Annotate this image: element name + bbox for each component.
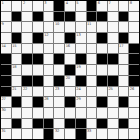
block-cell-12-5 bbox=[44, 119, 54, 129]
letter-cell-9-9[interactable] bbox=[87, 87, 97, 97]
clue-number: 3 bbox=[44, 1, 46, 5]
clue-number: 19 bbox=[76, 65, 80, 69]
letter-cell-6-5[interactable] bbox=[44, 54, 54, 64]
letter-cell-11-7[interactable] bbox=[65, 108, 75, 118]
letter-cell-12-1[interactable] bbox=[1, 119, 11, 129]
letter-cell-9-11[interactable]: 25 bbox=[108, 87, 118, 97]
letter-cell-9-3[interactable]: 22 bbox=[22, 87, 32, 97]
letter-cell-10-11[interactable] bbox=[108, 97, 118, 107]
letter-cell-7-4[interactable] bbox=[33, 65, 43, 75]
letter-cell-11-12[interactable] bbox=[119, 108, 129, 118]
letter-cell-1-11[interactable]: 7 bbox=[108, 1, 118, 11]
block-cell-6-10 bbox=[97, 54, 107, 64]
clue-number: 1 bbox=[2, 1, 4, 5]
clue-number: 20 bbox=[66, 76, 70, 80]
letter-cell-4-13[interactable] bbox=[129, 33, 139, 43]
letter-cell-3-7[interactable] bbox=[65, 22, 75, 32]
letter-cell-10-13[interactable] bbox=[129, 97, 139, 107]
letter-cell-9-13[interactable]: 26 bbox=[129, 87, 139, 97]
letter-cell-9-2[interactable]: 21 bbox=[12, 87, 22, 97]
letter-cell-5-6[interactable] bbox=[54, 44, 64, 54]
letter-cell-7-12[interactable] bbox=[119, 65, 129, 75]
letter-cell-11-9[interactable] bbox=[87, 108, 97, 118]
block-cell-8-8 bbox=[76, 76, 86, 86]
block-cell-8-6 bbox=[54, 76, 64, 86]
block-cell-8-10 bbox=[97, 76, 107, 86]
clue-number: 11 bbox=[87, 22, 91, 26]
letter-cell-6-2[interactable] bbox=[12, 54, 22, 64]
letter-cell-1-4[interactable] bbox=[33, 1, 43, 11]
letter-cell-3-2[interactable] bbox=[12, 22, 22, 32]
block-cell-6-6 bbox=[54, 54, 64, 64]
letter-cell-10-9[interactable] bbox=[87, 97, 97, 107]
letter-cell-13-3[interactable] bbox=[22, 129, 32, 139]
block-cell-4-12 bbox=[119, 33, 129, 43]
letter-cell-5-3[interactable] bbox=[22, 44, 32, 54]
letter-cell-5-2[interactable]: 15 bbox=[12, 44, 22, 54]
block-cell-6-3 bbox=[22, 54, 32, 64]
letter-cell-8-2[interactable] bbox=[12, 76, 22, 86]
letter-cell-11-2[interactable] bbox=[12, 108, 22, 118]
letter-cell-5-7[interactable]: 16 bbox=[65, 44, 75, 54]
block-cell-1-6 bbox=[54, 1, 64, 11]
block-cell-8-3 bbox=[22, 76, 32, 86]
letter-cell-5-4[interactable] bbox=[33, 44, 43, 54]
block-cell-12-12 bbox=[119, 119, 129, 129]
block-cell-12-10 bbox=[97, 119, 107, 129]
letter-cell-3-13[interactable] bbox=[129, 22, 139, 32]
block-cell-4-2 bbox=[12, 33, 22, 43]
letter-cell-10-1[interactable]: 27 bbox=[1, 97, 11, 107]
block-cell-8-11 bbox=[108, 76, 118, 86]
block-cell-7-13 bbox=[129, 65, 139, 75]
clue-number: 29 bbox=[76, 97, 80, 101]
letter-cell-4-8[interactable]: 13 bbox=[76, 33, 86, 43]
letter-cell-8-5[interactable] bbox=[44, 76, 54, 86]
letter-cell-13-1[interactable]: 31 bbox=[1, 129, 11, 139]
letter-cell-7-6[interactable] bbox=[54, 65, 64, 75]
letter-cell-9-6[interactable]: 23 bbox=[54, 87, 64, 97]
clue-number: 24 bbox=[76, 87, 80, 91]
letter-cell-3-11[interactable] bbox=[108, 22, 118, 32]
letter-cell-10-5[interactable]: 28 bbox=[44, 97, 54, 107]
block-cell-6-13 bbox=[129, 54, 139, 64]
letter-cell-1-7[interactable]: 4 bbox=[65, 1, 75, 11]
letter-cell-9-4[interactable] bbox=[33, 87, 43, 97]
letter-cell-1-2[interactable] bbox=[12, 1, 22, 11]
block-cell-2-12 bbox=[119, 12, 129, 22]
letter-cell-4-11[interactable] bbox=[108, 33, 118, 43]
letter-cell-5-10[interactable] bbox=[97, 44, 107, 54]
block-cell-9-1 bbox=[1, 87, 11, 97]
letter-cell-1-5[interactable]: 3 bbox=[44, 1, 54, 11]
clue-number: 30 bbox=[2, 108, 6, 112]
letter-cell-11-5[interactable] bbox=[44, 108, 54, 118]
clue-number: 32 bbox=[55, 129, 59, 133]
letter-cell-11-10[interactable] bbox=[97, 108, 107, 118]
letter-cell-12-9[interactable] bbox=[87, 119, 97, 129]
letter-cell-2-3[interactable] bbox=[22, 12, 32, 22]
letter-cell-2-8[interactable] bbox=[76, 12, 86, 22]
block-cell-13-8 bbox=[76, 129, 86, 139]
letter-cell-4-5[interactable]: 12 bbox=[44, 33, 54, 43]
letter-cell-3-6[interactable]: 10 bbox=[54, 22, 64, 32]
letter-cell-3-12[interactable] bbox=[119, 22, 129, 32]
letter-cell-13-7[interactable] bbox=[65, 129, 75, 139]
letter-cell-7-8[interactable]: 19 bbox=[76, 65, 86, 75]
letter-cell-8-7[interactable]: 20 bbox=[65, 76, 75, 86]
letter-cell-12-13[interactable] bbox=[129, 119, 139, 129]
clue-number: 10 bbox=[55, 22, 59, 26]
clue-number: 18 bbox=[12, 65, 16, 69]
block-cell-6-4 bbox=[33, 54, 43, 64]
letter-cell-9-7[interactable] bbox=[65, 87, 75, 97]
clue-number: 22 bbox=[23, 87, 27, 91]
letter-cell-9-5[interactable] bbox=[44, 87, 54, 97]
clue-number: 16 bbox=[66, 44, 70, 48]
letter-cell-7-3[interactable] bbox=[22, 65, 32, 75]
letter-cell-11-6[interactable] bbox=[54, 108, 64, 118]
letter-cell-7-5[interactable] bbox=[44, 65, 54, 75]
letter-cell-5-9[interactable] bbox=[87, 44, 97, 54]
letter-cell-13-11[interactable] bbox=[108, 129, 118, 139]
letter-cell-9-12[interactable] bbox=[119, 87, 129, 97]
block-cell-2-2 bbox=[12, 12, 22, 22]
block-cell-10-10 bbox=[97, 97, 107, 107]
letter-cell-10-3[interactable] bbox=[22, 97, 32, 107]
clue-number: 14 bbox=[2, 44, 6, 48]
clue-number: 28 bbox=[44, 97, 48, 101]
block-cell-10-4 bbox=[33, 97, 43, 107]
letter-cell-3-1[interactable]: 9 bbox=[1, 22, 11, 32]
letter-cell-1-10[interactable]: 6 bbox=[97, 1, 107, 11]
letter-cell-7-9[interactable] bbox=[87, 65, 97, 75]
block-cell-12-4 bbox=[33, 119, 43, 129]
letter-cell-12-6[interactable] bbox=[54, 119, 64, 129]
letter-cell-3-4[interactable] bbox=[33, 22, 43, 32]
block-cell-10-7 bbox=[65, 97, 75, 107]
block-cell-4-4 bbox=[33, 33, 43, 43]
clue-number: 17 bbox=[119, 44, 123, 48]
letter-cell-2-13[interactable] bbox=[129, 12, 139, 22]
letter-cell-1-3[interactable]: 2 bbox=[22, 1, 32, 11]
clue-number: 31 bbox=[2, 129, 6, 133]
block-cell-4-10 bbox=[97, 33, 107, 43]
letter-cell-13-9[interactable]: 33 bbox=[87, 129, 97, 139]
clue-number: 4 bbox=[66, 1, 68, 5]
letter-cell-3-5[interactable] bbox=[44, 22, 54, 32]
block-cell-7-1 bbox=[1, 65, 11, 75]
block-cell-2-6 bbox=[54, 12, 64, 22]
crossword-puzzle: 1234567891011121314151617181920212223242… bbox=[0, 0, 140, 140]
block-cell-4-7 bbox=[65, 33, 75, 43]
letter-cell-9-8[interactable]: 24 bbox=[76, 87, 86, 97]
clue-number: 8 bbox=[130, 1, 132, 5]
letter-cell-2-1[interactable] bbox=[1, 12, 11, 22]
letter-cell-13-6[interactable]: 32 bbox=[54, 129, 64, 139]
letter-cell-11-8[interactable] bbox=[76, 108, 86, 118]
letter-cell-1-12[interactable] bbox=[119, 1, 129, 11]
clue-number: 25 bbox=[108, 87, 112, 91]
letter-cell-1-8[interactable]: 5 bbox=[76, 1, 86, 11]
letter-cell-3-3[interactable] bbox=[22, 22, 32, 32]
letter-cell-13-2[interactable] bbox=[12, 129, 22, 139]
clue-number: 9 bbox=[2, 22, 4, 26]
clue-number: 26 bbox=[130, 87, 134, 91]
block-cell-12-7 bbox=[65, 119, 75, 129]
letter-cell-5-5[interactable] bbox=[44, 44, 54, 54]
letter-cell-1-13[interactable]: 8 bbox=[129, 1, 139, 11]
clue-number: 33 bbox=[87, 129, 91, 133]
block-cell-10-2 bbox=[12, 97, 22, 107]
clue-number: 27 bbox=[2, 97, 6, 101]
letter-cell-4-1[interactable] bbox=[1, 33, 11, 43]
letter-cell-11-4[interactable] bbox=[33, 108, 43, 118]
letter-cell-7-2[interactable]: 18 bbox=[12, 65, 22, 75]
letter-cell-11-13[interactable] bbox=[129, 108, 139, 118]
clue-number: 13 bbox=[76, 33, 80, 37]
letter-cell-11-1[interactable]: 30 bbox=[1, 108, 11, 118]
block-cell-12-8 bbox=[76, 119, 86, 129]
clue-number: 2 bbox=[23, 1, 25, 5]
letter-cell-5-1[interactable]: 14 bbox=[1, 44, 11, 54]
block-cell-6-8 bbox=[76, 54, 86, 64]
block-cell-13-5 bbox=[44, 129, 54, 139]
letter-cell-3-9[interactable]: 11 bbox=[87, 22, 97, 32]
block-cell-6-1 bbox=[1, 54, 11, 64]
clue-number: 23 bbox=[55, 87, 59, 91]
letter-cell-5-11[interactable] bbox=[108, 44, 118, 54]
letter-cell-12-11[interactable] bbox=[108, 119, 118, 129]
letter-cell-11-11[interactable] bbox=[108, 108, 118, 118]
letter-cell-4-3[interactable] bbox=[22, 33, 32, 43]
block-cell-7-7 bbox=[65, 65, 75, 75]
letter-cell-13-10[interactable] bbox=[97, 129, 107, 139]
letter-cell-13-4[interactable] bbox=[33, 129, 43, 139]
clue-number: 6 bbox=[98, 1, 100, 5]
block-cell-2-10 bbox=[97, 12, 107, 22]
letter-cell-7-10[interactable] bbox=[97, 65, 107, 75]
block-cell-6-11 bbox=[108, 54, 118, 64]
clue-number: 12 bbox=[44, 33, 48, 37]
letter-cell-3-10[interactable] bbox=[97, 22, 107, 32]
letter-cell-10-8[interactable]: 29 bbox=[76, 97, 86, 107]
letter-cell-11-3[interactable] bbox=[22, 108, 32, 118]
letter-cell-4-9[interactable] bbox=[87, 33, 97, 43]
letter-cell-2-11[interactable] bbox=[108, 12, 118, 22]
clue-number: 5 bbox=[76, 1, 78, 5]
clue-number: 21 bbox=[12, 87, 16, 91]
block-cell-8-1 bbox=[1, 76, 11, 86]
letter-cell-5-8[interactable] bbox=[76, 44, 86, 54]
block-cell-10-12 bbox=[119, 97, 129, 107]
letter-cell-10-6[interactable] bbox=[54, 97, 64, 107]
letter-cell-8-12[interactable] bbox=[119, 76, 129, 86]
letter-cell-12-3[interactable] bbox=[22, 119, 32, 129]
block-cell-8-4 bbox=[33, 76, 43, 86]
letter-cell-6-9[interactable] bbox=[87, 54, 97, 64]
letter-cell-2-5[interactable] bbox=[44, 12, 54, 22]
letter-cell-7-11[interactable] bbox=[108, 65, 118, 75]
letter-cell-5-12[interactable]: 17 bbox=[119, 44, 129, 54]
block-cell-5-13 bbox=[129, 44, 139, 54]
letter-cell-4-6[interactable] bbox=[54, 33, 64, 43]
block-cell-2-9 bbox=[87, 12, 97, 22]
block-cell-8-13 bbox=[129, 76, 139, 86]
crossword-board: 1234567891011121314151617181920212223242… bbox=[0, 0, 140, 140]
letter-cell-6-12[interactable] bbox=[119, 54, 129, 64]
letter-cell-1-1[interactable]: 1 bbox=[1, 1, 11, 11]
block-cell-12-2 bbox=[12, 119, 22, 129]
letter-cell-8-9[interactable] bbox=[87, 76, 97, 86]
letter-cell-9-10[interactable] bbox=[97, 87, 107, 97]
letter-cell-13-13[interactable] bbox=[129, 129, 139, 139]
clue-number: 15 bbox=[12, 44, 16, 48]
letter-cell-3-8[interactable] bbox=[76, 22, 86, 32]
block-cell-2-4 bbox=[33, 12, 43, 22]
letter-cell-6-7[interactable] bbox=[65, 54, 75, 64]
block-cell-1-9 bbox=[87, 1, 97, 11]
block-cell-2-7 bbox=[65, 12, 75, 22]
clue-number: 7 bbox=[108, 1, 110, 5]
letter-cell-13-12[interactable] bbox=[119, 129, 129, 139]
